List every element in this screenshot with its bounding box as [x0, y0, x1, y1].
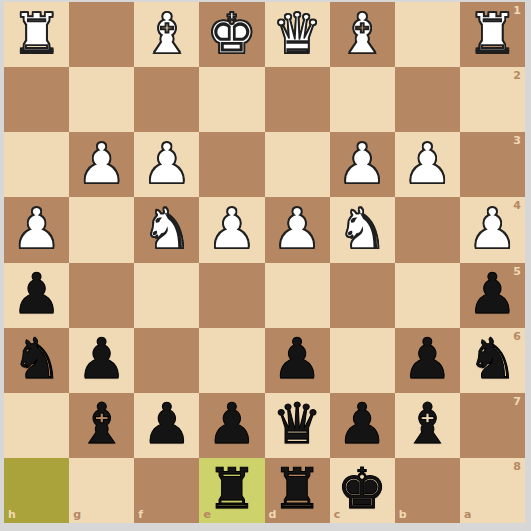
file-label-h: h [8, 508, 16, 521]
black-pawn-icon[interactable]: ♟ [402, 331, 452, 387]
file-label-d: d [269, 508, 277, 521]
black-pawn-icon[interactable]: ♟ [11, 266, 61, 322]
square-a4[interactable]: ♟4 [460, 197, 525, 262]
square-h3[interactable] [4, 132, 69, 197]
square-d3[interactable] [265, 132, 330, 197]
black-queen-icon[interactable]: ♛ [272, 396, 322, 452]
square-g1[interactable] [69, 2, 134, 67]
white-rook-icon[interactable]: ♜ [11, 6, 61, 62]
white-pawn-icon[interactable]: ♟ [402, 136, 452, 192]
rank-label-4: 4 [513, 199, 521, 212]
square-c7[interactable]: ♟ [330, 393, 395, 458]
square-c8[interactable]: ♚c [330, 458, 395, 523]
square-b4[interactable] [395, 197, 460, 262]
square-f2[interactable] [134, 67, 199, 132]
black-king-icon[interactable]: ♚ [337, 461, 387, 517]
white-bishop-icon[interactable]: ♝ [142, 6, 192, 62]
rank-label-1: 1 [513, 4, 521, 17]
square-d5[interactable] [265, 263, 330, 328]
square-g4[interactable] [69, 197, 134, 262]
white-knight-icon[interactable]: ♞ [142, 201, 192, 257]
square-d6[interactable]: ♟ [265, 328, 330, 393]
square-f6[interactable] [134, 328, 199, 393]
black-knight-icon[interactable]: ♞ [467, 331, 517, 387]
file-label-f: f [138, 508, 143, 521]
square-f4[interactable]: ♞ [134, 197, 199, 262]
white-pawn-icon[interactable]: ♟ [207, 201, 257, 257]
square-c6[interactable] [330, 328, 395, 393]
square-a1[interactable]: ♜1 [460, 2, 525, 67]
square-h1[interactable]: ♜ [4, 2, 69, 67]
black-bishop-icon[interactable]: ♝ [402, 396, 452, 452]
square-e3[interactable] [199, 132, 264, 197]
square-a5[interactable]: ♟5 [460, 263, 525, 328]
file-label-g: g [73, 508, 81, 521]
square-d2[interactable] [265, 67, 330, 132]
square-h6[interactable]: ♞ [4, 328, 69, 393]
white-pawn-icon[interactable]: ♟ [337, 136, 387, 192]
black-pawn-icon[interactable]: ♟ [467, 266, 517, 322]
file-label-c: c [334, 508, 341, 521]
square-f7[interactable]: ♟ [134, 393, 199, 458]
white-bishop-icon[interactable]: ♝ [337, 6, 387, 62]
square-h8[interactable]: h [4, 458, 69, 523]
black-knight-icon[interactable]: ♞ [11, 331, 61, 387]
white-pawn-icon[interactable]: ♟ [11, 201, 61, 257]
square-e4[interactable]: ♟ [199, 197, 264, 262]
square-b8[interactable]: b [395, 458, 460, 523]
square-d4[interactable]: ♟ [265, 197, 330, 262]
white-knight-icon[interactable]: ♞ [337, 201, 387, 257]
white-queen-icon[interactable]: ♛ [272, 6, 322, 62]
file-label-e: e [203, 508, 210, 521]
rank-label-2: 2 [513, 69, 521, 82]
square-b2[interactable] [395, 67, 460, 132]
square-g6[interactable]: ♟ [69, 328, 134, 393]
square-c4[interactable]: ♞ [330, 197, 395, 262]
square-g8[interactable]: g [69, 458, 134, 523]
white-pawn-icon[interactable]: ♟ [77, 136, 127, 192]
square-h7[interactable] [4, 393, 69, 458]
square-b7[interactable]: ♝ [395, 393, 460, 458]
square-e2[interactable] [199, 67, 264, 132]
square-e5[interactable] [199, 263, 264, 328]
square-a8[interactable]: a8 [460, 458, 525, 523]
page-background: ♜♝♚♛♝♜12♟♟♟♟3♟♞♟♟♞♟4♟♟5♞♟♟♟♞6♝♟♟♛♟♝7hgf♜… [0, 0, 531, 531]
black-bishop-icon[interactable]: ♝ [77, 396, 127, 452]
square-h4[interactable]: ♟ [4, 197, 69, 262]
square-e7[interactable]: ♟ [199, 393, 264, 458]
square-d1[interactable]: ♛ [265, 2, 330, 67]
black-pawn-icon[interactable]: ♟ [207, 396, 257, 452]
square-h2[interactable] [4, 67, 69, 132]
square-e6[interactable] [199, 328, 264, 393]
square-b6[interactable]: ♟ [395, 328, 460, 393]
square-h5[interactable]: ♟ [4, 263, 69, 328]
file-label-b: b [399, 508, 407, 521]
square-a6[interactable]: ♞6 [460, 328, 525, 393]
rank-label-6: 6 [513, 330, 521, 343]
square-c5[interactable] [330, 263, 395, 328]
white-king-icon[interactable]: ♚ [207, 6, 257, 62]
square-f1[interactable]: ♝ [134, 2, 199, 67]
square-b5[interactable] [395, 263, 460, 328]
black-pawn-icon[interactable]: ♟ [337, 396, 387, 452]
white-pawn-icon[interactable]: ♟ [272, 201, 322, 257]
rank-label-3: 3 [513, 134, 521, 147]
white-rook-icon[interactable]: ♜ [467, 6, 517, 62]
square-g3[interactable]: ♟ [69, 132, 134, 197]
square-e1[interactable]: ♚ [199, 2, 264, 67]
black-rook-icon[interactable]: ♜ [207, 461, 257, 517]
file-label-a: a [464, 508, 471, 521]
square-c3[interactable]: ♟ [330, 132, 395, 197]
square-a7[interactable]: 7 [460, 393, 525, 458]
black-rook-icon[interactable]: ♜ [272, 461, 322, 517]
square-a2[interactable]: 2 [460, 67, 525, 132]
black-pawn-icon[interactable]: ♟ [77, 331, 127, 387]
square-c1[interactable]: ♝ [330, 2, 395, 67]
square-f8[interactable]: f [134, 458, 199, 523]
square-b1[interactable] [395, 2, 460, 67]
square-f3[interactable]: ♟ [134, 132, 199, 197]
square-f5[interactable] [134, 263, 199, 328]
white-pawn-icon[interactable]: ♟ [467, 201, 517, 257]
rank-label-8: 8 [513, 460, 521, 473]
square-g2[interactable] [69, 67, 134, 132]
square-c2[interactable] [330, 67, 395, 132]
square-a3[interactable]: 3 [460, 132, 525, 197]
rank-label-5: 5 [513, 265, 521, 278]
square-e8[interactable]: ♜e [199, 458, 264, 523]
rank-label-7: 7 [513, 395, 521, 408]
white-pawn-icon[interactable]: ♟ [142, 136, 192, 192]
square-g5[interactable] [69, 263, 134, 328]
square-g7[interactable]: ♝ [69, 393, 134, 458]
square-b3[interactable]: ♟ [395, 132, 460, 197]
black-pawn-icon[interactable]: ♟ [142, 396, 192, 452]
square-d7[interactable]: ♛ [265, 393, 330, 458]
black-pawn-icon[interactable]: ♟ [272, 331, 322, 387]
square-d8[interactable]: ♜d [265, 458, 330, 523]
chess-board: ♜♝♚♛♝♜12♟♟♟♟3♟♞♟♟♞♟4♟♟5♞♟♟♟♞6♝♟♟♛♟♝7hgf♜… [4, 2, 525, 523]
